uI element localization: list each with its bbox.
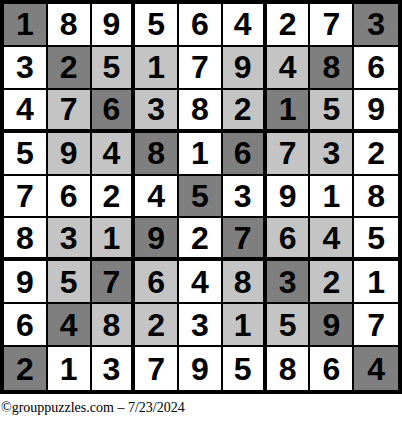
cell-r3c7: 1 [267, 90, 311, 133]
cell-r8c2: 4 [48, 304, 92, 347]
cell-r5c7: 9 [267, 176, 311, 219]
cell-r7c1: 9 [4, 261, 48, 304]
cell-r4c6: 6 [223, 133, 267, 176]
cell-r6c6: 7 [223, 218, 267, 261]
cell-r7c4: 6 [135, 261, 179, 304]
cell-r9c7: 8 [267, 347, 311, 390]
cell-r9c5: 9 [179, 347, 223, 390]
cell-r6c1: 8 [4, 218, 48, 261]
cell-r2c7: 4 [267, 47, 311, 90]
cell-r2c5: 7 [179, 47, 223, 90]
cell-r7c2: 5 [48, 261, 92, 304]
cell-r7c5: 4 [179, 261, 223, 304]
cell-r5c1: 7 [4, 176, 48, 219]
cell-r1c3: 9 [92, 4, 136, 47]
cell-r6c9: 5 [354, 218, 398, 261]
cell-r3c3: 6 [92, 90, 136, 133]
cell-r1c7: 2 [267, 4, 311, 47]
cell-r3c5: 8 [179, 90, 223, 133]
cell-r4c8: 3 [310, 133, 354, 176]
cell-r6c8: 4 [310, 218, 354, 261]
cell-r6c3: 1 [92, 218, 136, 261]
cell-r2c8: 8 [310, 47, 354, 90]
cell-r8c1: 6 [4, 304, 48, 347]
cell-r9c8: 6 [310, 347, 354, 390]
cell-r9c3: 3 [92, 347, 136, 390]
cell-r8c7: 5 [267, 304, 311, 347]
cell-r4c9: 2 [354, 133, 398, 176]
cell-r5c8: 1 [310, 176, 354, 219]
cell-r4c2: 9 [48, 133, 92, 176]
cell-r1c9: 3 [354, 4, 398, 47]
cell-r5c3: 2 [92, 176, 136, 219]
cell-r2c6: 9 [223, 47, 267, 90]
cell-r3c1: 4 [4, 90, 48, 133]
cell-r4c3: 4 [92, 133, 136, 176]
cell-r4c4: 8 [135, 133, 179, 176]
cell-r1c8: 7 [310, 4, 354, 47]
cell-r9c9: 4 [354, 347, 398, 390]
cell-r2c4: 1 [135, 47, 179, 90]
cell-r8c8: 9 [310, 304, 354, 347]
cell-r7c3: 7 [92, 261, 136, 304]
cell-r3c4: 3 [135, 90, 179, 133]
cell-r9c4: 7 [135, 347, 179, 390]
cell-r3c8: 5 [310, 90, 354, 133]
cell-r1c6: 4 [223, 4, 267, 47]
cell-r8c3: 8 [92, 304, 136, 347]
cell-r5c4: 4 [135, 176, 179, 219]
cell-r1c4: 5 [135, 4, 179, 47]
cell-r5c9: 8 [354, 176, 398, 219]
cell-r3c2: 7 [48, 90, 92, 133]
cell-r7c9: 1 [354, 261, 398, 304]
cell-r2c3: 5 [92, 47, 136, 90]
cell-r6c2: 3 [48, 218, 92, 261]
cell-r5c5: 5 [179, 176, 223, 219]
cell-r9c1: 2 [4, 347, 48, 390]
cell-r6c7: 6 [267, 218, 311, 261]
cell-r8c5: 3 [179, 304, 223, 347]
cell-r4c1: 5 [4, 133, 48, 176]
cell-r8c6: 1 [223, 304, 267, 347]
cell-r7c7: 3 [267, 261, 311, 304]
cell-r9c2: 1 [48, 347, 92, 390]
sudoku-board: 1895642733251794864763821595948167327624… [0, 0, 402, 394]
cell-r7c8: 2 [310, 261, 354, 304]
cell-r2c2: 2 [48, 47, 92, 90]
cell-r4c5: 1 [179, 133, 223, 176]
cell-r4c7: 7 [267, 133, 311, 176]
cell-r1c2: 8 [48, 4, 92, 47]
cell-r3c6: 2 [223, 90, 267, 133]
cell-r1c5: 6 [179, 4, 223, 47]
cell-r7c6: 8 [223, 261, 267, 304]
cell-r3c9: 9 [354, 90, 398, 133]
copyright-text: ©grouppuzzles.com – 7/23/2024 [0, 401, 402, 415]
cell-r9c6: 5 [223, 347, 267, 390]
cell-r6c4: 9 [135, 218, 179, 261]
cell-r5c2: 6 [48, 176, 92, 219]
cell-r6c5: 2 [179, 218, 223, 261]
cell-r8c9: 7 [354, 304, 398, 347]
cell-r2c1: 3 [4, 47, 48, 90]
cell-r8c4: 2 [135, 304, 179, 347]
cell-r5c6: 3 [223, 176, 267, 219]
cell-r1c1: 1 [4, 4, 48, 47]
cell-r2c9: 6 [354, 47, 398, 90]
